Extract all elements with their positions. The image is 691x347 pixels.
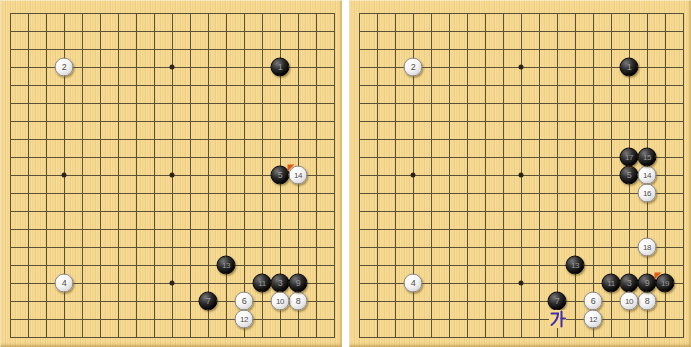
stone-number: 12 xyxy=(236,311,253,328)
stone-number: 5 xyxy=(272,167,289,184)
hoshi-point xyxy=(170,281,175,286)
stone-number: 11 xyxy=(603,275,620,292)
stone-black-move-5: 5 xyxy=(620,166,639,185)
stone-number: 2 xyxy=(405,59,422,76)
stone-black-move-7: 7 xyxy=(199,292,218,311)
stone-white-move-4: 4 xyxy=(404,274,423,293)
stone-black-move-3: 3 xyxy=(271,274,290,293)
hoshi-point xyxy=(170,173,175,178)
go-kifu-diagrams: 1234567891011121314 12345678910111213141… xyxy=(0,0,691,347)
stone-black-move-1: 1 xyxy=(620,58,639,77)
stone-black-move-1: 1 xyxy=(271,58,290,77)
label-ga-glyph xyxy=(548,310,566,328)
stone-black-move-11: 11 xyxy=(253,274,272,293)
stone-black-move-19: 19 xyxy=(656,274,675,293)
stone-white-move-18: 18 xyxy=(638,238,657,257)
go-board-right: 12345678910111213141516171819 xyxy=(349,0,691,347)
hoshi-point xyxy=(519,281,524,286)
stone-white-move-16: 16 xyxy=(638,184,657,203)
go-board-left: 1234567891011121314 xyxy=(0,0,342,347)
stone-white-move-8: 8 xyxy=(638,292,657,311)
last-move-marker xyxy=(655,273,662,280)
stone-number: 6 xyxy=(236,293,253,310)
stone-number: 13 xyxy=(567,257,584,274)
stone-number: 7 xyxy=(549,293,566,310)
stone-number: 14 xyxy=(639,167,656,184)
stone-number: 16 xyxy=(639,185,656,202)
stone-number: 3 xyxy=(272,275,289,292)
stone-white-move-2: 2 xyxy=(404,58,423,77)
stone-white-move-10: 10 xyxy=(271,292,290,311)
stone-number: 10 xyxy=(621,293,638,310)
hoshi-point xyxy=(411,173,416,178)
stone-white-move-8: 8 xyxy=(289,292,308,311)
stone-black-move-9: 9 xyxy=(289,274,308,293)
stone-number: 4 xyxy=(405,275,422,292)
stone-white-move-2: 2 xyxy=(55,58,74,77)
stone-number: 2 xyxy=(56,59,73,76)
last-move-marker xyxy=(288,165,295,172)
stone-number: 9 xyxy=(639,275,656,292)
hoshi-point xyxy=(62,173,67,178)
stone-white-move-4: 4 xyxy=(55,274,74,293)
hoshi-point xyxy=(519,65,524,70)
stone-number: 12 xyxy=(585,311,602,328)
stone-black-move-13: 13 xyxy=(566,256,585,275)
stone-number: 9 xyxy=(290,275,307,292)
stone-number: 7 xyxy=(200,293,217,310)
point-label-ga xyxy=(548,310,566,328)
stone-white-move-12: 12 xyxy=(584,310,603,329)
stone-black-move-15: 15 xyxy=(638,148,657,167)
stone-number: 15 xyxy=(639,149,656,166)
stone-white-move-6: 6 xyxy=(584,292,603,311)
stone-black-move-7: 7 xyxy=(548,292,567,311)
stone-black-move-3: 3 xyxy=(620,274,639,293)
stone-number: 17 xyxy=(621,149,638,166)
hoshi-point xyxy=(170,65,175,70)
stone-white-move-14: 14 xyxy=(289,166,308,185)
stone-number: 6 xyxy=(585,293,602,310)
stone-black-move-13: 13 xyxy=(217,256,236,275)
board-divider xyxy=(342,0,349,347)
stone-black-move-11: 11 xyxy=(602,274,621,293)
stone-number: 10 xyxy=(272,293,289,310)
stone-white-move-14: 14 xyxy=(638,166,657,185)
stone-number: 1 xyxy=(272,59,289,76)
stone-number: 3 xyxy=(621,275,638,292)
stone-number: 11 xyxy=(254,275,271,292)
hoshi-point xyxy=(519,173,524,178)
stone-number: 8 xyxy=(290,293,307,310)
stone-black-move-17: 17 xyxy=(620,148,639,167)
stone-number: 18 xyxy=(639,239,656,256)
stone-number: 4 xyxy=(56,275,73,292)
stone-number: 5 xyxy=(621,167,638,184)
stone-white-move-10: 10 xyxy=(620,292,639,311)
stone-number: 13 xyxy=(218,257,235,274)
stone-number: 8 xyxy=(639,293,656,310)
stone-white-move-6: 6 xyxy=(235,292,254,311)
stone-white-move-12: 12 xyxy=(235,310,254,329)
stone-number: 1 xyxy=(621,59,638,76)
